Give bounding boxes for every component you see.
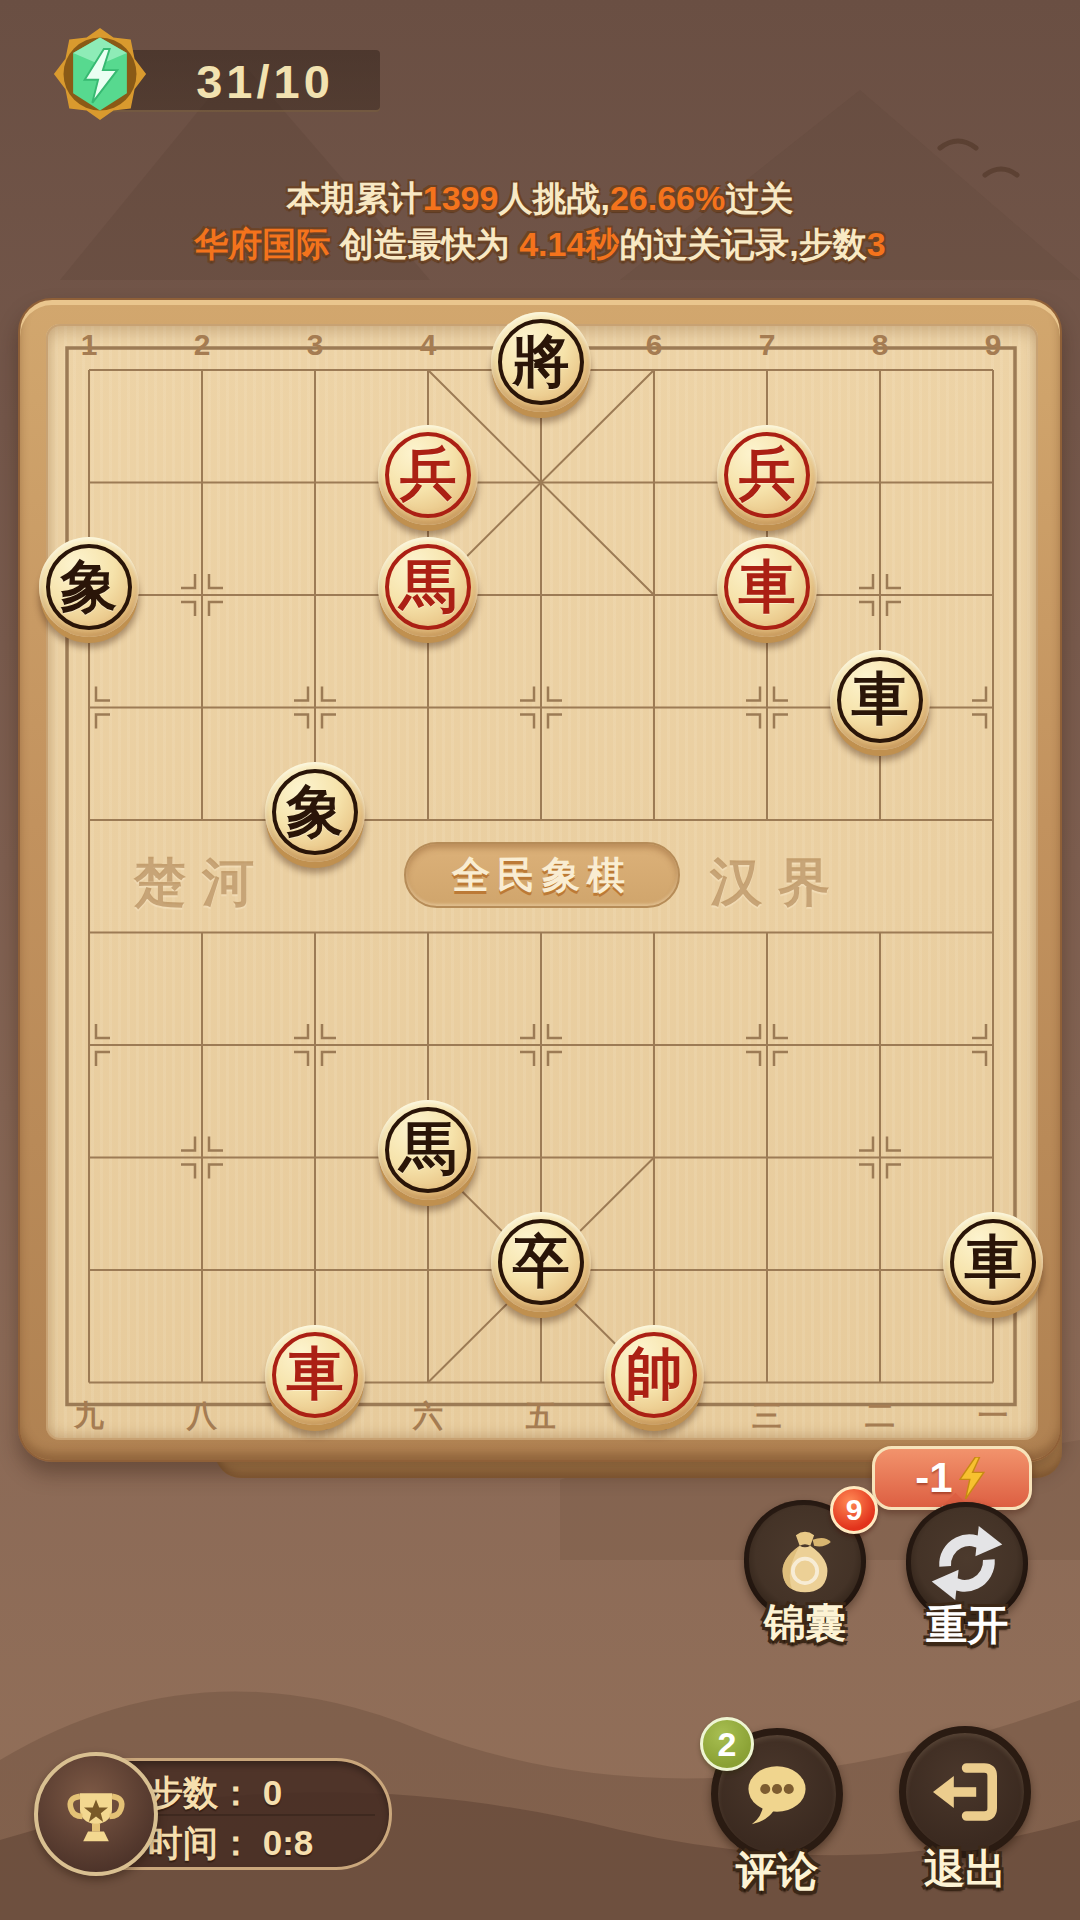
time-value: 0:8	[263, 1823, 314, 1862]
piece-black-f5r9[interactable]: 卒	[491, 1212, 591, 1312]
file-label-top-9: 9	[971, 328, 1015, 362]
file-label-bottom-4: 六	[406, 1396, 450, 1437]
xiangqi-game-screen: 31/10 本期累计1399人挑战,26.66%过关 华府国际 创造最快为 4.…	[0, 0, 1080, 1920]
piece-glyph: 兵	[717, 425, 817, 525]
energy-gem-icon[interactable]	[52, 26, 148, 122]
river-text-right: 汉界	[710, 848, 846, 918]
info-text-segment: 4.14秒	[519, 225, 619, 263]
info-text-segment: 本期累计	[287, 179, 423, 217]
piece-red-f7r2[interactable]: 兵	[717, 425, 817, 525]
exit-button[interactable]	[899, 1726, 1031, 1858]
info-text-segment: 的过关记录,步数	[619, 225, 866, 263]
piece-glyph: 馬	[378, 537, 478, 637]
piece-red-f6r10[interactable]: 帥	[604, 1325, 704, 1425]
board-frame: 123456789 九八七六五四三二一 楚河 汉界 全民象棋 將兵兵象馬車車象馬…	[18, 298, 1062, 1462]
piece-glyph: 象	[265, 762, 365, 862]
info-text-segment: 华府国际	[194, 225, 339, 263]
file-label-top-3: 3	[293, 328, 337, 362]
piece-glyph: 將	[491, 312, 591, 412]
piece-glyph: 馬	[378, 1100, 478, 1200]
piece-black-f1r3[interactable]: 象	[39, 537, 139, 637]
file-label-bottom-2: 八	[180, 1396, 224, 1437]
hint-count-badge: 9	[830, 1486, 878, 1534]
info-text-segment: 过关	[725, 179, 793, 217]
file-label-top-7: 7	[745, 328, 789, 362]
file-label-top-4: 4	[406, 328, 450, 362]
exit-button-label: 退出	[865, 1842, 1065, 1897]
piece-glyph: 車	[717, 537, 817, 637]
piece-glyph: 兵	[378, 425, 478, 525]
info-text-segment: 1399	[423, 179, 499, 217]
piece-red-f7r3[interactable]: 車	[717, 537, 817, 637]
trophy-icon	[34, 1752, 158, 1876]
moves-label: 步数：	[148, 1773, 253, 1812]
restart-cost-bubble: -1	[872, 1446, 1032, 1510]
moves-row: 步数： 0	[148, 1770, 388, 1817]
file-label-bottom-7: 三	[745, 1396, 789, 1437]
piece-glyph: 車	[943, 1212, 1043, 1312]
comment-count-badge: 2	[700, 1717, 754, 1771]
file-label-top-2: 2	[180, 328, 224, 362]
file-label-top-6: 6	[632, 328, 676, 362]
app-title-pill: 全民象棋	[404, 842, 680, 908]
piece-glyph: 象	[39, 537, 139, 637]
file-label-bottom-1: 九	[67, 1396, 111, 1437]
piece-red-f4r2[interactable]: 兵	[378, 425, 478, 525]
piece-black-f9r9[interactable]: 車	[943, 1212, 1043, 1312]
logout-icon	[906, 1733, 1024, 1851]
restart-button-label: 重开	[867, 1598, 1067, 1653]
time-label: 时间：	[148, 1823, 253, 1862]
piece-black-f5r1[interactable]: 將	[491, 312, 591, 412]
piece-black-f4r8[interactable]: 馬	[378, 1100, 478, 1200]
piece-red-f4r3[interactable]: 馬	[378, 537, 478, 637]
restart-cost-value: -1	[915, 1454, 952, 1502]
lightning-icon	[959, 1457, 989, 1499]
app-title-text: 全民象棋	[452, 850, 632, 901]
info-text-segment: 人挑战,	[498, 179, 609, 217]
record-holder-line: 华府国际 创造最快为 4.14秒的过关记录,步数3	[0, 222, 1080, 268]
hint-count-value: 9	[846, 1493, 863, 1527]
energy-counter-value: 31/10	[196, 54, 334, 109]
file-label-top-8: 8	[858, 328, 902, 362]
piece-glyph: 卒	[491, 1212, 591, 1312]
piece-glyph: 車	[830, 650, 930, 750]
xiangqi-board[interactable]: 123456789 九八七六五四三二一 楚河 汉界 全民象棋 將兵兵象馬車車象馬…	[46, 324, 1038, 1440]
piece-glyph: 車	[265, 1325, 365, 1425]
comment-count-value: 2	[718, 1725, 737, 1764]
file-label-top-1: 1	[67, 328, 111, 362]
time-row: 时间： 0:8	[148, 1820, 388, 1867]
file-label-bottom-8: 二	[858, 1396, 902, 1437]
info-text-segment: 3	[867, 225, 886, 263]
piece-red-f3r10[interactable]: 車	[265, 1325, 365, 1425]
comment-button[interactable]: 2	[711, 1728, 843, 1860]
river-text-left: 楚河	[134, 848, 270, 918]
piece-black-f3r5[interactable]: 象	[265, 762, 365, 862]
piece-glyph: 帥	[604, 1325, 704, 1425]
piece-black-f8r4[interactable]: 車	[830, 650, 930, 750]
file-label-bottom-5: 五	[519, 1396, 563, 1437]
moves-value: 0	[263, 1773, 282, 1812]
info-text-segment: 创造最快为	[340, 225, 519, 263]
file-label-bottom-9: 一	[971, 1396, 1015, 1437]
info-text-segment: 26.66%	[610, 179, 725, 217]
gem-lightning-icon	[52, 26, 148, 122]
comment-button-label: 评论	[677, 1844, 877, 1899]
challenge-stats-line: 本期累计1399人挑战,26.66%过关	[0, 176, 1080, 222]
